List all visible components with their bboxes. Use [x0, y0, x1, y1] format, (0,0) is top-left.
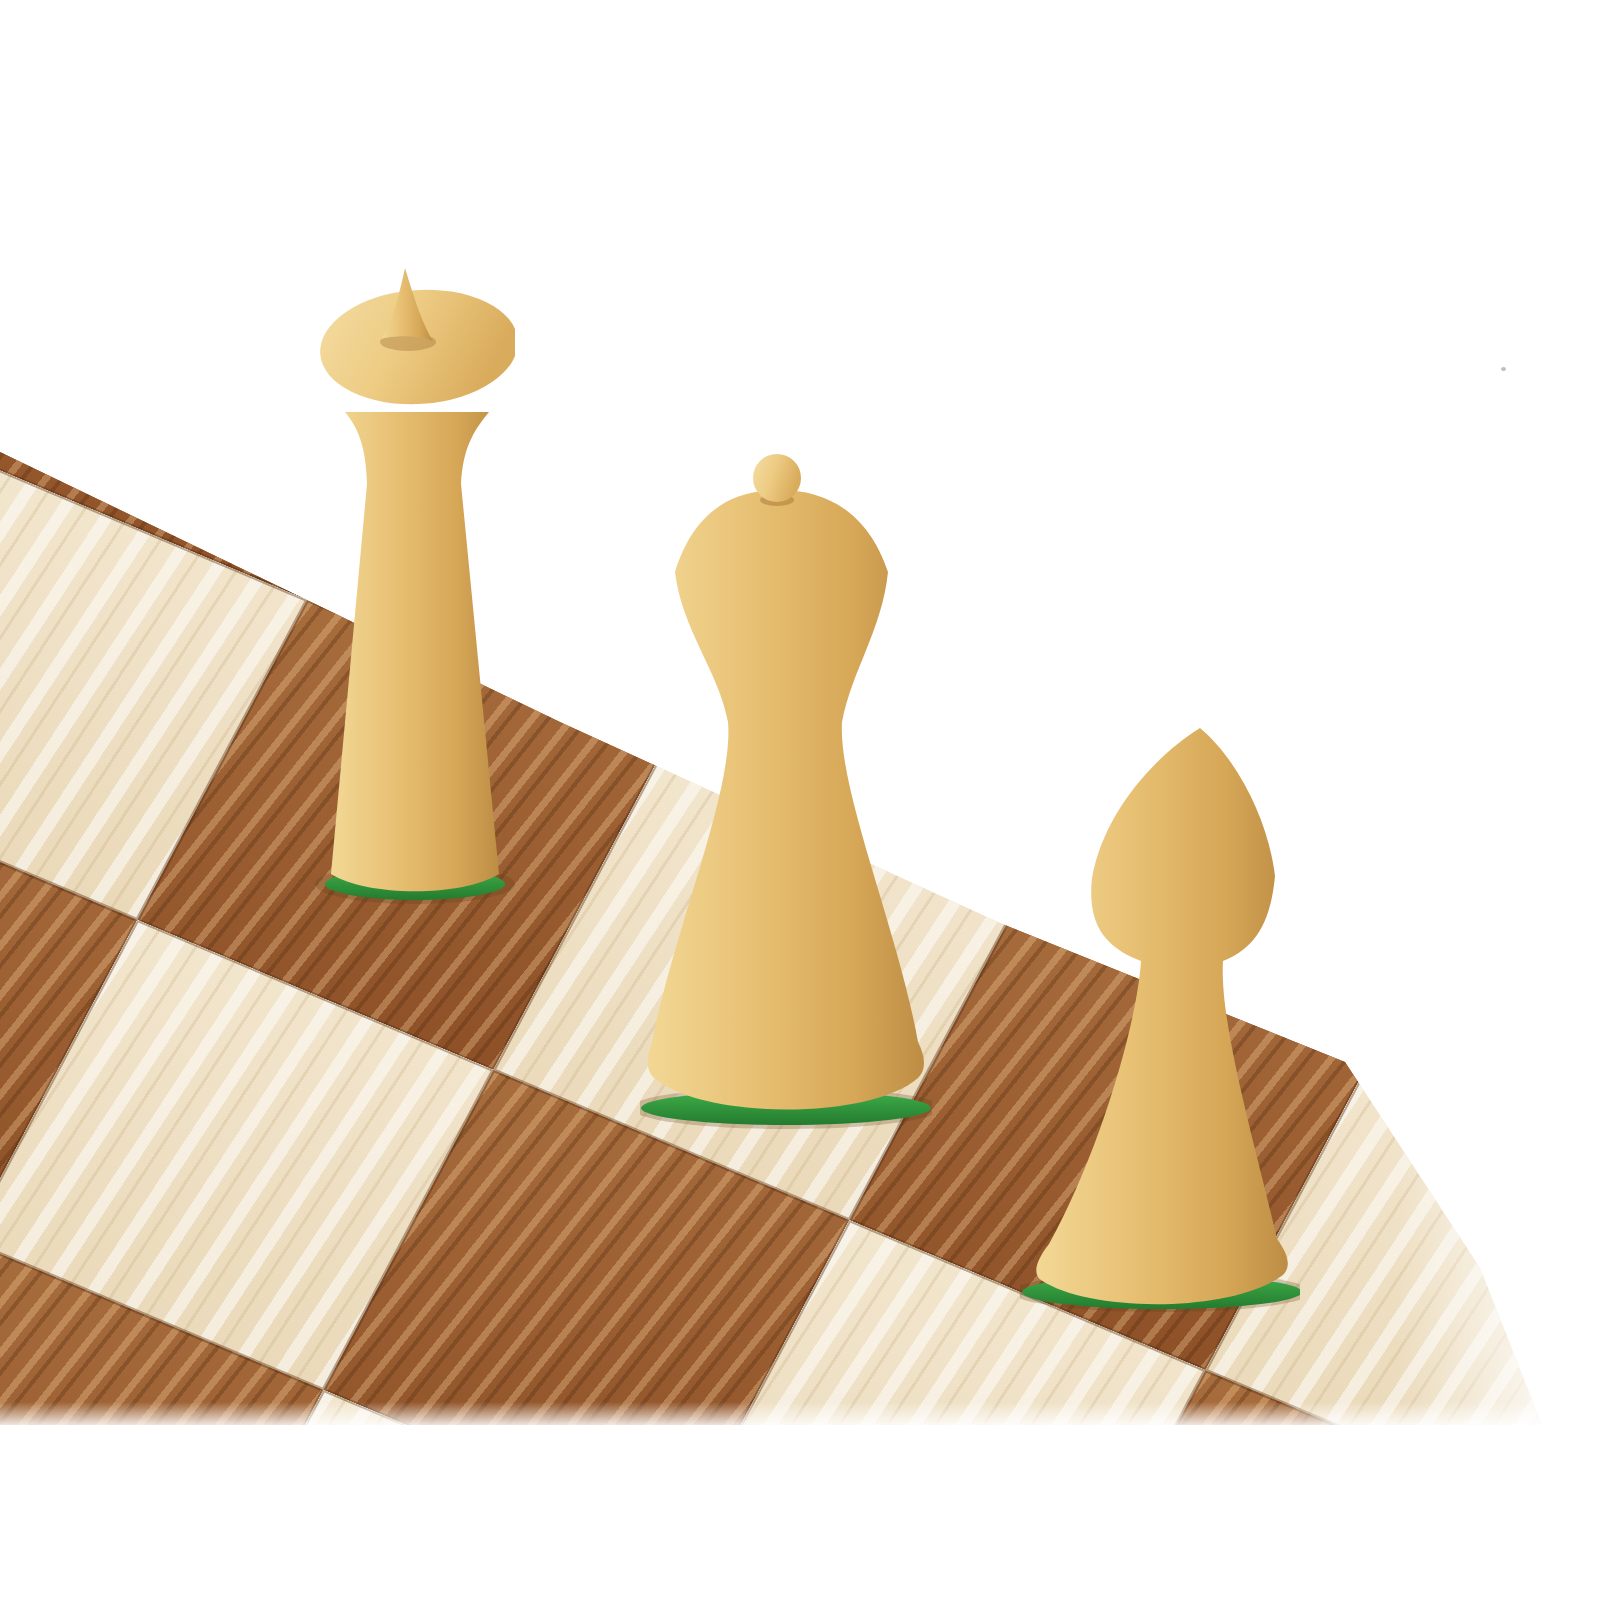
photo-right-fade [1398, 1115, 1568, 1430]
white-king-piece [315, 262, 515, 907]
board-square-light [0, 1560, 154, 1599]
photo-bottom-fade [0, 1402, 1600, 1428]
queen-body [648, 490, 924, 1110]
king-body [331, 412, 499, 891]
white-queen-piece [640, 450, 932, 1135]
board-square-light [1392, 1520, 1600, 1599]
board-square-dark [510, 1540, 1036, 1599]
pawn-body [1036, 728, 1287, 1304]
queen-ball-finial [753, 454, 801, 502]
dust-speck [1501, 367, 1506, 371]
white-pawn-piece [1020, 722, 1300, 1312]
photo-canvas [0, 0, 1600, 1599]
